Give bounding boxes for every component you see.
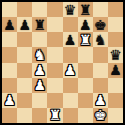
square-a6[interactable] [2,32,17,47]
square-c2[interactable] [32,93,47,108]
square-c8[interactable] [32,2,47,17]
square-b8[interactable] [17,2,32,17]
white-pawn-piece: ♟ [94,93,107,107]
square-g8[interactable] [93,2,108,17]
black-pawn-piece: ♟ [109,63,122,77]
white-knight-piece: ♞ [34,48,47,62]
square-h4[interactable]: ♟ [108,63,123,78]
square-d3[interactable] [47,78,62,93]
square-c5[interactable]: ♞ [32,47,47,62]
square-h1[interactable] [108,108,123,123]
square-e2[interactable] [63,93,78,108]
black-queen-piece: ♛ [64,3,77,17]
white-pawn-piece: ♟ [34,78,47,92]
square-h3[interactable] [108,78,123,93]
square-e4[interactable]: ♟ [63,63,78,78]
black-pawn-piece: ♟ [64,33,77,47]
black-king-piece: ♚ [94,18,107,32]
black-queen-piece: ♛ [109,48,122,62]
black-pawn-piece: ♟ [18,18,31,32]
square-a8[interactable] [2,2,17,17]
square-c7[interactable]: ♜ [32,17,47,32]
square-g6[interactable]: ♞ [93,32,108,47]
square-f8[interactable]: ♜ [78,2,93,17]
square-d6[interactable] [47,32,62,47]
square-d1[interactable]: ♜ [47,108,62,123]
square-b4[interactable] [17,63,32,78]
chess-board: ♛♜♟♟♜♟♚♟♜♞♞♛♟♟♟♟♟♟♜♚ [0,0,125,125]
white-pawn-piece: ♟ [64,63,77,77]
white-king-piece: ♚ [94,108,107,122]
square-e7[interactable] [63,17,78,32]
square-a2[interactable]: ♟ [2,93,17,108]
square-f5[interactable] [78,47,93,62]
square-a1[interactable] [2,108,17,123]
white-rook-piece: ♜ [79,33,92,47]
square-b7[interactable]: ♟ [17,17,32,32]
square-d5[interactable] [47,47,62,62]
black-knight-piece: ♞ [94,33,107,47]
square-d4[interactable] [47,63,62,78]
square-b3[interactable] [17,78,32,93]
white-pawn-piece: ♟ [3,93,16,107]
square-f6[interactable]: ♜ [78,32,93,47]
square-h2[interactable] [108,93,123,108]
square-h7[interactable] [108,17,123,32]
square-d8[interactable] [47,2,62,17]
black-pawn-piece: ♟ [79,18,92,32]
square-g1[interactable]: ♚ [93,108,108,123]
square-a4[interactable] [2,63,17,78]
square-c1[interactable] [32,108,47,123]
square-e5[interactable] [63,47,78,62]
square-h6[interactable] [108,32,123,47]
square-g3[interactable] [93,78,108,93]
square-d2[interactable] [47,93,62,108]
square-c3[interactable]: ♟ [32,78,47,93]
white-rook-piece: ♜ [49,108,62,122]
square-d7[interactable] [47,17,62,32]
square-c4[interactable]: ♟ [32,63,47,78]
black-rook-piece: ♜ [79,3,92,17]
square-g7[interactable]: ♚ [93,17,108,32]
board-grid: ♛♜♟♟♜♟♚♟♜♞♞♛♟♟♟♟♟♟♜♚ [2,2,123,123]
square-b5[interactable] [17,47,32,62]
square-e6[interactable]: ♟ [63,32,78,47]
square-f4[interactable] [78,63,93,78]
square-f2[interactable] [78,93,93,108]
square-a5[interactable] [2,47,17,62]
square-a3[interactable] [2,78,17,93]
square-g5[interactable] [93,47,108,62]
square-g4[interactable] [93,63,108,78]
square-h8[interactable] [108,2,123,17]
square-a7[interactable]: ♟ [2,17,17,32]
square-c6[interactable] [32,32,47,47]
square-f7[interactable]: ♟ [78,17,93,32]
white-pawn-piece: ♟ [34,63,47,77]
square-e1[interactable] [63,108,78,123]
square-g2[interactable]: ♟ [93,93,108,108]
square-b1[interactable] [17,108,32,123]
square-f3[interactable] [78,78,93,93]
square-e3[interactable] [63,78,78,93]
square-h5[interactable]: ♛ [108,47,123,62]
square-f1[interactable] [78,108,93,123]
black-rook-piece: ♜ [34,18,47,32]
square-b6[interactable] [17,32,32,47]
square-b2[interactable] [17,93,32,108]
black-pawn-piece: ♟ [3,18,16,32]
square-e8[interactable]: ♛ [63,2,78,17]
